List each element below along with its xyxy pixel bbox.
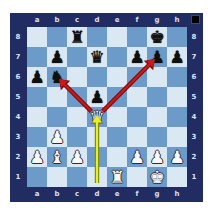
square-e8[interactable] (107, 27, 127, 47)
file-label: c (75, 189, 79, 199)
square-d7[interactable]: ♛ (87, 47, 107, 67)
square-f7[interactable]: ♟ (127, 47, 147, 67)
square-d1[interactable] (87, 167, 107, 187)
square-c8[interactable]: ♜ (67, 27, 87, 47)
square-d8[interactable] (87, 27, 107, 47)
rank-label: 5 (16, 92, 21, 102)
piece-black-pawn[interactable]: ♟ (167, 47, 187, 67)
rank-label: 2 (192, 152, 197, 162)
rank-label: 7 (192, 52, 197, 62)
rank-label: 1 (16, 172, 21, 182)
piece-black-pawn[interactable]: ♟ (147, 47, 167, 67)
piece-white-pawn[interactable]: ♟ (127, 147, 147, 167)
square-c1[interactable] (67, 167, 87, 187)
piece-black-king[interactable]: ♚ (147, 27, 167, 47)
square-a3[interactable] (27, 127, 47, 147)
square-g6[interactable] (147, 67, 167, 87)
file-label: a (35, 189, 40, 199)
square-f2[interactable]: ♟ (127, 147, 147, 167)
file-label: g (154, 189, 159, 199)
piece-black-pawn[interactable]: ♟ (127, 47, 147, 67)
rank-label: 3 (192, 132, 197, 142)
square-e2[interactable] (107, 147, 127, 167)
square-h6[interactable] (167, 67, 187, 87)
square-e4[interactable] (107, 107, 127, 127)
square-e7[interactable] (107, 47, 127, 67)
square-g1[interactable]: ♚ (147, 167, 167, 187)
piece-white-rook[interactable]: ♜ (107, 167, 127, 187)
file-label: e (115, 15, 120, 25)
square-b5[interactable] (47, 87, 67, 107)
file-label: e (115, 189, 120, 199)
square-b3[interactable]: ♟ (47, 127, 67, 147)
file-label: a (35, 15, 40, 25)
piece-white-pawn[interactable]: ♟ (27, 147, 47, 167)
square-a2[interactable]: ♟ (27, 147, 47, 167)
square-c7[interactable] (67, 47, 87, 67)
file-label: b (54, 15, 59, 25)
file-label: f (135, 15, 138, 25)
square-c5[interactable] (67, 87, 87, 107)
file-label: b (54, 189, 59, 199)
rank-label: 8 (16, 32, 21, 42)
piece-white-bishop[interactable]: ♝ (47, 147, 67, 167)
rank-label: 7 (16, 52, 21, 62)
square-b2[interactable]: ♝ (47, 147, 67, 167)
chess-diagram: abcdefgh abcdefgh 87654321 87654321 ♜♚♟♛… (10, 13, 203, 202)
square-f8[interactable] (127, 27, 147, 47)
square-h1[interactable] (167, 167, 187, 187)
chess-board: ♜♚♟♛♟♟♟♟♞♟♛♟♟♝♟♟♟♟♜♚ (27, 27, 187, 187)
square-h4[interactable] (167, 107, 187, 127)
piece-black-rook[interactable]: ♜ (67, 27, 87, 47)
square-f5[interactable] (127, 87, 147, 107)
square-e1[interactable]: ♜ (107, 167, 127, 187)
square-a5[interactable] (27, 87, 47, 107)
square-f1[interactable] (127, 167, 147, 187)
square-c6[interactable] (67, 67, 87, 87)
square-f3[interactable] (127, 127, 147, 147)
rank-label: 4 (192, 112, 197, 122)
rank-label: 1 (192, 172, 197, 182)
piece-white-pawn[interactable]: ♟ (67, 147, 87, 167)
square-a1[interactable] (27, 167, 47, 187)
square-b8[interactable] (47, 27, 67, 47)
square-h2[interactable]: ♟ (167, 147, 187, 167)
piece-white-queen[interactable]: ♛ (87, 107, 107, 127)
square-d6[interactable] (87, 67, 107, 87)
file-label: h (175, 15, 180, 25)
rank-label: 8 (192, 32, 197, 42)
piece-black-pawn[interactable]: ♟ (27, 67, 47, 87)
file-label: d (94, 15, 99, 25)
square-b6[interactable]: ♞ (47, 67, 67, 87)
piece-white-king[interactable]: ♚ (147, 167, 167, 187)
square-b1[interactable] (47, 167, 67, 187)
piece-black-knight[interactable]: ♞ (47, 67, 67, 87)
square-c4[interactable] (67, 107, 87, 127)
square-d2[interactable] (87, 147, 107, 167)
square-g3[interactable] (147, 127, 167, 147)
board-frame: abcdefgh abcdefgh 87654321 87654321 ♜♚♟♛… (0, 0, 213, 211)
piece-white-pawn[interactable]: ♟ (167, 147, 187, 167)
piece-black-queen[interactable]: ♛ (87, 47, 107, 67)
square-c2[interactable]: ♟ (67, 147, 87, 167)
file-label: c (75, 15, 79, 25)
piece-white-pawn[interactable]: ♟ (147, 147, 167, 167)
rank-label: 6 (192, 72, 197, 82)
square-e6[interactable] (107, 67, 127, 87)
file-label: h (175, 189, 180, 199)
file-label: d (94, 189, 99, 199)
square-a7[interactable] (27, 47, 47, 67)
square-a8[interactable] (27, 27, 47, 47)
square-b4[interactable] (47, 107, 67, 127)
piece-white-pawn[interactable]: ♟ (47, 127, 67, 147)
square-d3[interactable] (87, 127, 107, 147)
square-d4[interactable]: ♛ (87, 107, 107, 127)
square-g5[interactable] (147, 87, 167, 107)
piece-black-pawn[interactable]: ♟ (87, 87, 107, 107)
piece-black-pawn[interactable]: ♟ (47, 47, 67, 67)
square-g8[interactable]: ♚ (147, 27, 167, 47)
square-g7[interactable]: ♟ (147, 47, 167, 67)
square-h3[interactable] (167, 127, 187, 147)
square-e5[interactable] (107, 87, 127, 107)
square-f6[interactable] (127, 67, 147, 87)
square-a4[interactable] (27, 107, 47, 127)
rank-label: 5 (192, 92, 197, 102)
square-c3[interactable] (67, 127, 87, 147)
rank-label: 2 (16, 152, 21, 162)
square-e3[interactable] (107, 127, 127, 147)
square-b7[interactable]: ♟ (47, 47, 67, 67)
square-d5[interactable]: ♟ (87, 87, 107, 107)
square-h7[interactable]: ♟ (167, 47, 187, 67)
file-label: g (154, 15, 159, 25)
square-h5[interactable] (167, 87, 187, 107)
rank-label: 4 (16, 112, 21, 122)
square-g4[interactable] (147, 107, 167, 127)
square-h8[interactable] (167, 27, 187, 47)
rank-label: 3 (16, 132, 21, 142)
square-g2[interactable]: ♟ (147, 147, 167, 167)
side-to-move-indicator (192, 16, 199, 23)
rank-label: 6 (16, 72, 21, 82)
square-a6[interactable]: ♟ (27, 67, 47, 87)
square-f4[interactable] (127, 107, 147, 127)
file-label: f (135, 189, 138, 199)
